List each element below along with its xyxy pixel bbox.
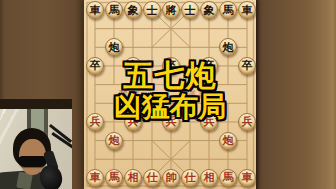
- piece-black-r0c6[interactable]: 象: [200, 1, 218, 19]
- piece-black-r0c2[interactable]: 象: [124, 1, 142, 19]
- sunglasses: [18, 156, 47, 167]
- board-grid-lines: [84, 0, 256, 189]
- piece-black-r3c0[interactable]: 卒: [86, 57, 104, 75]
- right-background-strip: [256, 0, 336, 189]
- piece-black-r0c7[interactable]: 馬: [219, 1, 237, 19]
- piece-red-r9c0[interactable]: 車: [86, 169, 104, 187]
- piece-black-r0c1[interactable]: 馬: [105, 1, 123, 19]
- piece-red-r7c1[interactable]: 炮: [105, 132, 123, 150]
- video-frame: 楚河 漢界 車馬象士將士象馬車炮炮卒卒卒卒卒兵兵兵兵兵炮炮車馬相仕帥仕相馬車 五…: [0, 0, 336, 189]
- piece-red-r6c6[interactable]: 兵: [200, 113, 218, 131]
- river-label-left: 楚河: [117, 87, 141, 102]
- piece-red-r9c6[interactable]: 相: [200, 169, 218, 187]
- piece-red-r6c4[interactable]: 兵: [162, 113, 180, 131]
- piece-red-r6c8[interactable]: 兵: [238, 113, 256, 131]
- piece-black-r0c0[interactable]: 車: [86, 1, 104, 19]
- streamer-webcam: [0, 99, 72, 189]
- piece-black-r0c4[interactable]: 將: [162, 1, 180, 19]
- piece-black-r3c6[interactable]: 卒: [200, 57, 218, 75]
- piece-red-r9c3[interactable]: 仕: [143, 169, 161, 187]
- piece-red-r6c2[interactable]: 兵: [124, 113, 142, 131]
- river-label-right: 漢界: [185, 88, 209, 103]
- piece-black-r0c3[interactable]: 士: [143, 1, 161, 19]
- piece-black-r3c8[interactable]: 卒: [238, 57, 256, 75]
- piece-red-r7c7[interactable]: 炮: [219, 132, 237, 150]
- piece-black-r0c8[interactable]: 車: [238, 1, 256, 19]
- piece-red-r9c7[interactable]: 馬: [219, 169, 237, 187]
- piece-red-r9c4[interactable]: 帥: [162, 169, 180, 187]
- piece-black-r3c2[interactable]: 卒: [124, 57, 142, 75]
- piece-red-r9c1[interactable]: 馬: [105, 169, 123, 187]
- piece-red-r9c5[interactable]: 仕: [181, 169, 199, 187]
- piece-black-r0c5[interactable]: 士: [181, 1, 199, 19]
- piece-black-r3c4[interactable]: 卒: [162, 57, 180, 75]
- xiangqi-board[interactable]: 楚河 漢界 車馬象士將士象馬車炮炮卒卒卒卒卒兵兵兵兵兵炮炮車馬相仕帥仕相馬車: [84, 0, 256, 189]
- piece-red-r6c0[interactable]: 兵: [86, 113, 104, 131]
- piece-red-r9c8[interactable]: 車: [238, 169, 256, 187]
- piece-red-r9c2[interactable]: 相: [124, 169, 142, 187]
- webcam-scene: [0, 109, 72, 189]
